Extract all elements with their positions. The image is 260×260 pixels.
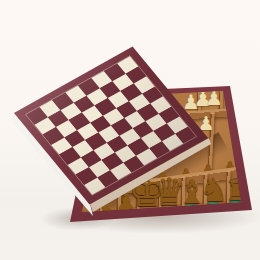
compartment-divider bbox=[241, 82, 246, 110]
product-photo-stage: ♟♟♟♟ ♟♟♟♟♟♟ ♝♟♚♛♝♞♜ bbox=[0, 0, 260, 260]
